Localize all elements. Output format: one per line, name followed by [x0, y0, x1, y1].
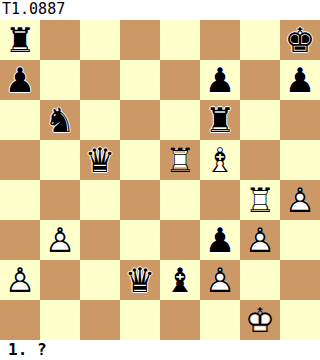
square-a4[interactable] [0, 180, 40, 220]
square-b2[interactable] [40, 260, 80, 300]
square-h8[interactable]: ♚ [280, 20, 320, 60]
square-f1[interactable] [200, 300, 240, 340]
square-f2[interactable]: ♟♙ [200, 260, 240, 300]
square-f7[interactable]: ♟ [200, 60, 240, 100]
square-a3[interactable] [0, 220, 40, 260]
square-b3[interactable]: ♟♙ [40, 220, 80, 260]
square-e5[interactable]: ♜♖ [160, 140, 200, 180]
piece-white-rook-fill: ♜ [240, 180, 280, 220]
square-e3[interactable] [160, 220, 200, 260]
piece-black-pawn[interactable]: ♟ [0, 60, 40, 100]
square-c3[interactable] [80, 220, 120, 260]
square-c1[interactable] [80, 300, 120, 340]
square-f4[interactable] [200, 180, 240, 220]
piece-white-pawn[interactable]: ♙ [0, 260, 40, 300]
square-e1[interactable] [160, 300, 200, 340]
piece-white-bishop-fill: ♝ [200, 140, 240, 180]
square-d4[interactable] [120, 180, 160, 220]
piece-black-king[interactable]: ♚ [280, 20, 320, 60]
piece-black-rook[interactable]: ♜ [0, 20, 40, 60]
square-f5[interactable]: ♝♗ [200, 140, 240, 180]
square-h4[interactable]: ♟♙ [280, 180, 320, 220]
square-d7[interactable] [120, 60, 160, 100]
piece-white-pawn-fill: ♟ [40, 220, 80, 260]
square-d5[interactable] [120, 140, 160, 180]
square-f8[interactable] [200, 20, 240, 60]
square-g7[interactable] [240, 60, 280, 100]
square-a6[interactable] [0, 100, 40, 140]
piece-white-rook[interactable]: ♖ [160, 140, 200, 180]
square-h5[interactable] [280, 140, 320, 180]
square-b7[interactable] [40, 60, 80, 100]
square-e7[interactable] [160, 60, 200, 100]
piece-white-pawn[interactable]: ♙ [280, 180, 320, 220]
square-b4[interactable] [40, 180, 80, 220]
square-d2[interactable]: ♛ [120, 260, 160, 300]
square-a7[interactable]: ♟ [0, 60, 40, 100]
square-h6[interactable] [280, 100, 320, 140]
piece-black-queen[interactable]: ♛ [80, 140, 120, 180]
piece-black-queen[interactable]: ♛ [120, 260, 160, 300]
piece-white-pawn-fill: ♟ [0, 260, 40, 300]
square-c2[interactable] [80, 260, 120, 300]
square-a2[interactable]: ♟♙ [0, 260, 40, 300]
piece-black-knight[interactable]: ♞ [40, 100, 80, 140]
piece-white-pawn[interactable]: ♙ [200, 260, 240, 300]
square-h1[interactable] [280, 300, 320, 340]
square-g2[interactable] [240, 260, 280, 300]
piece-white-king-fill: ♚ [240, 300, 280, 340]
square-d6[interactable] [120, 100, 160, 140]
square-h7[interactable]: ♟ [280, 60, 320, 100]
square-c5[interactable]: ♛ [80, 140, 120, 180]
square-e6[interactable] [160, 100, 200, 140]
piece-white-pawn-fill: ♟ [240, 220, 280, 260]
square-h2[interactable] [280, 260, 320, 300]
piece-white-pawn[interactable]: ♙ [240, 220, 280, 260]
square-d1[interactable] [120, 300, 160, 340]
square-b6[interactable]: ♞ [40, 100, 80, 140]
piece-black-rook[interactable]: ♜ [200, 100, 240, 140]
square-f3[interactable]: ♟ [200, 220, 240, 260]
square-g3[interactable]: ♟♙ [240, 220, 280, 260]
piece-white-pawn-fill: ♟ [280, 180, 320, 220]
piece-black-pawn[interactable]: ♟ [200, 60, 240, 100]
piece-white-king[interactable]: ♔ [240, 300, 280, 340]
square-b8[interactable] [40, 20, 80, 60]
square-g1[interactable]: ♚♔ [240, 300, 280, 340]
piece-black-pawn[interactable]: ♟ [200, 220, 240, 260]
move-prompt: 1. ? [0, 340, 320, 360]
square-h3[interactable] [280, 220, 320, 260]
square-e4[interactable] [160, 180, 200, 220]
square-b1[interactable] [40, 300, 80, 340]
chess-board: ♜♚♟♟♟♞♜♛♜♖♝♗♜♖♟♙♟♙♟♟♙♟♙♛♝♟♙♚♔ [0, 20, 320, 340]
square-f6[interactable]: ♜ [200, 100, 240, 140]
square-c8[interactable] [80, 20, 120, 60]
square-g8[interactable] [240, 20, 280, 60]
square-a5[interactable] [0, 140, 40, 180]
square-c6[interactable] [80, 100, 120, 140]
square-d3[interactable] [120, 220, 160, 260]
square-b5[interactable] [40, 140, 80, 180]
square-a8[interactable]: ♜ [0, 20, 40, 60]
puzzle-id: T1.0887 [0, 0, 320, 20]
square-d8[interactable] [120, 20, 160, 60]
square-g5[interactable] [240, 140, 280, 180]
piece-white-rook-fill: ♜ [160, 140, 200, 180]
piece-black-bishop[interactable]: ♝ [160, 260, 200, 300]
square-c4[interactable] [80, 180, 120, 220]
square-a1[interactable] [0, 300, 40, 340]
piece-black-pawn[interactable]: ♟ [280, 60, 320, 100]
piece-white-rook[interactable]: ♖ [240, 180, 280, 220]
piece-white-pawn-fill: ♟ [200, 260, 240, 300]
piece-white-pawn[interactable]: ♙ [40, 220, 80, 260]
piece-white-bishop[interactable]: ♗ [200, 140, 240, 180]
square-e2[interactable]: ♝ [160, 260, 200, 300]
chess-puzzle-app: T1.0887 ♜♚♟♟♟♞♜♛♜♖♝♗♜♖♟♙♟♙♟♟♙♟♙♛♝♟♙♚♔ 1.… [0, 0, 320, 360]
square-c7[interactable] [80, 60, 120, 100]
square-e8[interactable] [160, 20, 200, 60]
square-g6[interactable] [240, 100, 280, 140]
square-g4[interactable]: ♜♖ [240, 180, 280, 220]
